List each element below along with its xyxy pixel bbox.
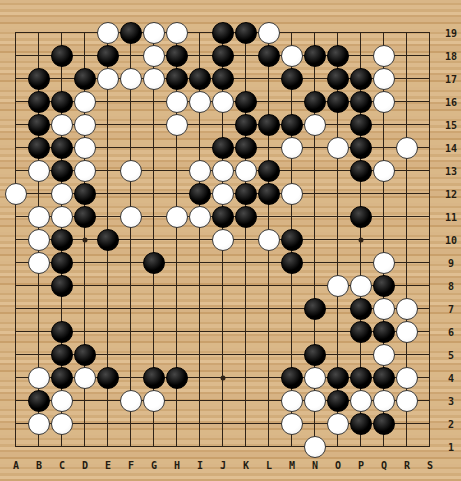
column-label-I: I bbox=[197, 460, 203, 471]
stone-white bbox=[166, 206, 188, 228]
stone-white bbox=[350, 390, 372, 412]
stone-black bbox=[212, 22, 234, 44]
stone-white bbox=[28, 367, 50, 389]
stone-white bbox=[373, 252, 395, 274]
stone-white bbox=[258, 229, 280, 251]
stone-white bbox=[28, 229, 50, 251]
stone-black bbox=[166, 45, 188, 67]
stone-black bbox=[51, 160, 73, 182]
row-label-5: 5 bbox=[448, 350, 454, 361]
stone-white bbox=[373, 45, 395, 67]
stone-black bbox=[350, 321, 372, 343]
stone-black bbox=[189, 68, 211, 90]
stone-black bbox=[212, 206, 234, 228]
stone-black bbox=[373, 413, 395, 435]
stone-white bbox=[258, 22, 280, 44]
stone-black bbox=[235, 91, 257, 113]
stone-black bbox=[350, 298, 372, 320]
stone-white bbox=[189, 206, 211, 228]
stone-white bbox=[166, 91, 188, 113]
stone-white bbox=[212, 160, 234, 182]
stone-white bbox=[28, 413, 50, 435]
stone-black bbox=[28, 91, 50, 113]
stone-black bbox=[235, 22, 257, 44]
column-label-O: O bbox=[335, 460, 341, 471]
stone-white bbox=[373, 390, 395, 412]
stone-black bbox=[327, 91, 349, 113]
row-label-8: 8 bbox=[448, 281, 454, 292]
stone-black bbox=[350, 367, 372, 389]
stone-black bbox=[212, 68, 234, 90]
stone-white bbox=[74, 91, 96, 113]
stone-black bbox=[235, 206, 257, 228]
column-label-K: K bbox=[243, 460, 249, 471]
stone-white bbox=[189, 91, 211, 113]
stone-white bbox=[166, 22, 188, 44]
column-label-R: R bbox=[404, 460, 410, 471]
stone-white bbox=[281, 45, 303, 67]
stone-black bbox=[51, 321, 73, 343]
stone-black bbox=[166, 367, 188, 389]
stone-white bbox=[235, 160, 257, 182]
column-label-L: L bbox=[266, 460, 272, 471]
column-label-H: H bbox=[174, 460, 180, 471]
stone-white bbox=[212, 183, 234, 205]
stone-white bbox=[327, 137, 349, 159]
stone-white bbox=[396, 137, 418, 159]
stone-black bbox=[304, 91, 326, 113]
stone-white bbox=[74, 160, 96, 182]
stone-black bbox=[235, 137, 257, 159]
stone-black bbox=[28, 390, 50, 412]
stone-white bbox=[304, 367, 326, 389]
stone-black bbox=[327, 367, 349, 389]
stone-white bbox=[327, 413, 349, 435]
column-label-Q: Q bbox=[381, 460, 387, 471]
stone-black bbox=[350, 137, 372, 159]
stone-black bbox=[51, 252, 73, 274]
row-label-19: 19 bbox=[445, 28, 457, 39]
stone-black bbox=[281, 114, 303, 136]
stone-black bbox=[74, 344, 96, 366]
stone-black bbox=[350, 160, 372, 182]
column-label-C: C bbox=[59, 460, 65, 471]
stone-white bbox=[51, 114, 73, 136]
stone-white bbox=[189, 160, 211, 182]
stone-white bbox=[74, 367, 96, 389]
column-label-G: G bbox=[151, 460, 157, 471]
stone-black bbox=[74, 183, 96, 205]
stone-black bbox=[304, 45, 326, 67]
stone-white bbox=[304, 114, 326, 136]
stone-black bbox=[281, 367, 303, 389]
stone-white bbox=[51, 390, 73, 412]
column-label-N: N bbox=[312, 460, 318, 471]
stone-white bbox=[373, 344, 395, 366]
go-board-diagram: ABCDEFGHIJKLMNOPQRS 19181716151413121110… bbox=[0, 0, 461, 481]
stone-white bbox=[143, 390, 165, 412]
row-label-15: 15 bbox=[445, 120, 457, 131]
column-label-D: D bbox=[82, 460, 88, 471]
column-label-M: M bbox=[289, 460, 295, 471]
stone-black bbox=[281, 229, 303, 251]
row-label-2: 2 bbox=[448, 419, 454, 430]
stone-black bbox=[304, 298, 326, 320]
stone-white bbox=[281, 390, 303, 412]
row-label-3: 3 bbox=[448, 396, 454, 407]
stone-white bbox=[120, 68, 142, 90]
column-label-P: P bbox=[358, 460, 364, 471]
row-label-13: 13 bbox=[445, 166, 457, 177]
stone-white bbox=[350, 275, 372, 297]
stone-black bbox=[51, 45, 73, 67]
stone-white bbox=[28, 206, 50, 228]
row-label-17: 17 bbox=[445, 74, 457, 85]
stone-black bbox=[51, 367, 73, 389]
stone-black bbox=[28, 137, 50, 159]
row-label-1: 1 bbox=[448, 442, 454, 453]
stone-white bbox=[166, 114, 188, 136]
stone-black bbox=[235, 183, 257, 205]
column-label-E: E bbox=[105, 460, 111, 471]
stone-white bbox=[212, 229, 234, 251]
stone-black bbox=[97, 229, 119, 251]
stone-white bbox=[74, 137, 96, 159]
stone-black bbox=[281, 252, 303, 274]
stone-black bbox=[281, 68, 303, 90]
stone-white bbox=[304, 390, 326, 412]
stone-black bbox=[143, 252, 165, 274]
stone-white bbox=[281, 413, 303, 435]
stone-black bbox=[166, 68, 188, 90]
stone-white bbox=[396, 390, 418, 412]
row-label-6: 6 bbox=[448, 327, 454, 338]
row-label-7: 7 bbox=[448, 304, 454, 315]
stone-black bbox=[143, 367, 165, 389]
stone-black bbox=[51, 91, 73, 113]
stone-white bbox=[396, 298, 418, 320]
stone-black bbox=[97, 45, 119, 67]
stone-black bbox=[51, 137, 73, 159]
stone-white bbox=[97, 22, 119, 44]
stone-white bbox=[74, 114, 96, 136]
stone-white bbox=[51, 183, 73, 205]
stone-white bbox=[28, 252, 50, 274]
stone-black bbox=[258, 183, 280, 205]
stone-white bbox=[396, 321, 418, 343]
stone-white bbox=[143, 45, 165, 67]
row-label-12: 12 bbox=[445, 189, 457, 200]
column-label-F: F bbox=[128, 460, 134, 471]
stone-white bbox=[120, 390, 142, 412]
stone-black bbox=[350, 114, 372, 136]
column-label-A: A bbox=[13, 460, 19, 471]
stone-white bbox=[373, 298, 395, 320]
row-label-11: 11 bbox=[445, 212, 457, 223]
stone-black bbox=[212, 137, 234, 159]
stone-black bbox=[373, 321, 395, 343]
stone-black bbox=[304, 344, 326, 366]
stone-black bbox=[212, 45, 234, 67]
stone-black bbox=[97, 367, 119, 389]
stone-black bbox=[28, 114, 50, 136]
stone-white bbox=[51, 413, 73, 435]
stone-white bbox=[281, 137, 303, 159]
stone-white bbox=[28, 160, 50, 182]
stone-black bbox=[258, 160, 280, 182]
stone-black bbox=[51, 229, 73, 251]
row-label-9: 9 bbox=[448, 258, 454, 269]
stone-black bbox=[74, 206, 96, 228]
stone-black bbox=[350, 206, 372, 228]
stone-white bbox=[373, 68, 395, 90]
stone-black bbox=[327, 45, 349, 67]
stone-white bbox=[212, 91, 234, 113]
stone-white bbox=[327, 275, 349, 297]
column-label-B: B bbox=[36, 460, 42, 471]
row-label-4: 4 bbox=[448, 373, 454, 384]
column-label-S: S bbox=[427, 460, 433, 471]
stone-white bbox=[97, 68, 119, 90]
stone-white bbox=[373, 160, 395, 182]
stone-black bbox=[258, 114, 280, 136]
stone-white bbox=[120, 206, 142, 228]
stone-white bbox=[120, 160, 142, 182]
stone-white bbox=[396, 367, 418, 389]
board-intersections[interactable] bbox=[5, 22, 442, 459]
stone-white bbox=[281, 183, 303, 205]
stone-black bbox=[350, 91, 372, 113]
stone-black bbox=[258, 45, 280, 67]
stone-black bbox=[74, 68, 96, 90]
stone-white bbox=[51, 206, 73, 228]
stone-black bbox=[51, 344, 73, 366]
stone-black bbox=[120, 22, 142, 44]
stone-white bbox=[143, 68, 165, 90]
row-label-10: 10 bbox=[445, 235, 457, 246]
row-label-14: 14 bbox=[445, 143, 457, 154]
stone-black bbox=[350, 413, 372, 435]
stone-black bbox=[350, 68, 372, 90]
stone-black bbox=[327, 68, 349, 90]
stone-white bbox=[304, 436, 326, 458]
stone-white bbox=[5, 183, 27, 205]
row-label-18: 18 bbox=[445, 51, 457, 62]
stone-black bbox=[373, 367, 395, 389]
column-label-J: J bbox=[220, 460, 226, 471]
stone-black bbox=[327, 390, 349, 412]
stone-black bbox=[373, 275, 395, 297]
stone-black bbox=[189, 183, 211, 205]
stone-white bbox=[373, 91, 395, 113]
stone-black bbox=[28, 68, 50, 90]
stone-black bbox=[51, 275, 73, 297]
row-label-16: 16 bbox=[445, 97, 457, 108]
stone-black bbox=[235, 114, 257, 136]
stone-white bbox=[143, 22, 165, 44]
